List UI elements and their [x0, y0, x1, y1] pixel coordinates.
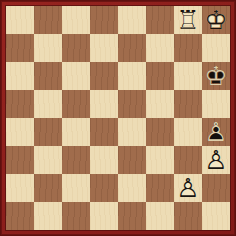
- square-d6[interactable]: [90, 62, 118, 90]
- square-e4[interactable]: [118, 118, 146, 146]
- white-king[interactable]: ♚♔: [202, 6, 230, 34]
- square-d7[interactable]: [90, 34, 118, 62]
- square-d5[interactable]: [90, 90, 118, 118]
- square-f2[interactable]: [146, 174, 174, 202]
- square-c8[interactable]: [62, 6, 90, 34]
- square-b3[interactable]: [34, 146, 62, 174]
- white-pawn-glyph-outline: ♙: [202, 146, 230, 174]
- chess-board-frame: ♜♖♚♔♚♔♟♙♟♙♟♙: [0, 0, 236, 236]
- square-g4[interactable]: [174, 118, 202, 146]
- square-c4[interactable]: [62, 118, 90, 146]
- square-b5[interactable]: [34, 90, 62, 118]
- square-b2[interactable]: [34, 174, 62, 202]
- square-a5[interactable]: [6, 90, 34, 118]
- square-g6[interactable]: [174, 62, 202, 90]
- black-pawn[interactable]: ♟♙: [202, 118, 230, 146]
- chess-board: ♜♖♚♔♚♔♟♙♟♙♟♙: [6, 6, 230, 230]
- square-d2[interactable]: [90, 174, 118, 202]
- square-g1[interactable]: [174, 202, 202, 230]
- white-pawn[interactable]: ♟♙: [202, 146, 230, 174]
- white-rook-glyph-outline: ♖: [174, 6, 202, 34]
- square-d8[interactable]: [90, 6, 118, 34]
- white-pawn[interactable]: ♟♙: [174, 174, 202, 202]
- square-h2[interactable]: [202, 174, 230, 202]
- square-a1[interactable]: [6, 202, 34, 230]
- square-a6[interactable]: [6, 62, 34, 90]
- square-a7[interactable]: [6, 34, 34, 62]
- square-f1[interactable]: [146, 202, 174, 230]
- square-c2[interactable]: [62, 174, 90, 202]
- square-e5[interactable]: [118, 90, 146, 118]
- square-f7[interactable]: [146, 34, 174, 62]
- black-king[interactable]: ♚♔: [202, 62, 230, 90]
- square-c7[interactable]: [62, 34, 90, 62]
- square-b8[interactable]: [34, 6, 62, 34]
- square-a8[interactable]: [6, 6, 34, 34]
- square-g5[interactable]: [174, 90, 202, 118]
- square-h8[interactable]: ♚♔: [202, 6, 230, 34]
- black-pawn-glyph-outline: ♙: [202, 118, 230, 146]
- square-h5[interactable]: [202, 90, 230, 118]
- square-g8[interactable]: ♜♖: [174, 6, 202, 34]
- square-e1[interactable]: [118, 202, 146, 230]
- square-h7[interactable]: [202, 34, 230, 62]
- square-d1[interactable]: [90, 202, 118, 230]
- square-f8[interactable]: [146, 6, 174, 34]
- square-h1[interactable]: [202, 202, 230, 230]
- square-f3[interactable]: [146, 146, 174, 174]
- square-e2[interactable]: [118, 174, 146, 202]
- square-a2[interactable]: [6, 174, 34, 202]
- white-rook[interactable]: ♜♖: [174, 6, 202, 34]
- square-c3[interactable]: [62, 146, 90, 174]
- square-d4[interactable]: [90, 118, 118, 146]
- square-h4[interactable]: ♟♙: [202, 118, 230, 146]
- square-b4[interactable]: [34, 118, 62, 146]
- square-b1[interactable]: [34, 202, 62, 230]
- square-f4[interactable]: [146, 118, 174, 146]
- square-e8[interactable]: [118, 6, 146, 34]
- square-a3[interactable]: [6, 146, 34, 174]
- square-e6[interactable]: [118, 62, 146, 90]
- square-c5[interactable]: [62, 90, 90, 118]
- square-d3[interactable]: [90, 146, 118, 174]
- square-f6[interactable]: [146, 62, 174, 90]
- square-h6[interactable]: ♚♔: [202, 62, 230, 90]
- square-c1[interactable]: [62, 202, 90, 230]
- white-pawn-glyph-outline: ♙: [174, 174, 202, 202]
- square-f5[interactable]: [146, 90, 174, 118]
- square-g3[interactable]: [174, 146, 202, 174]
- square-g7[interactable]: [174, 34, 202, 62]
- square-h3[interactable]: ♟♙: [202, 146, 230, 174]
- square-a4[interactable]: [6, 118, 34, 146]
- white-king-glyph-outline: ♔: [202, 6, 230, 34]
- square-b6[interactable]: [34, 62, 62, 90]
- square-e7[interactable]: [118, 34, 146, 62]
- black-king-glyph-outline: ♔: [202, 62, 230, 90]
- square-c6[interactable]: [62, 62, 90, 90]
- square-e3[interactable]: [118, 146, 146, 174]
- square-b7[interactable]: [34, 34, 62, 62]
- square-g2[interactable]: ♟♙: [174, 174, 202, 202]
